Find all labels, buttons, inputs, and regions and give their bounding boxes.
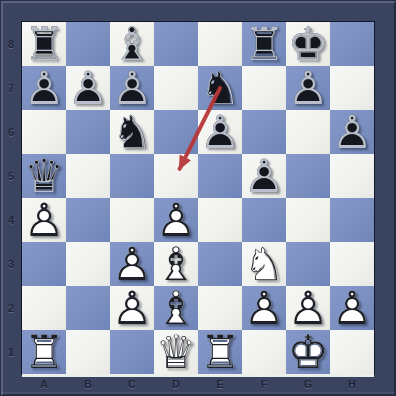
piece-outline-glyph: ♔ (286, 330, 330, 374)
square-b1[interactable] (66, 330, 110, 374)
piece-outline-glyph: ♘ (198, 66, 242, 110)
black-knight-c6[interactable]: ♞♘ (110, 110, 154, 154)
piece-outline-glyph: ♙ (198, 110, 242, 154)
square-b3[interactable] (66, 242, 110, 286)
black-bishop-c8[interactable]: ♝♗ (110, 22, 154, 66)
square-a6[interactable] (22, 110, 66, 154)
square-c5[interactable] (110, 154, 154, 198)
square-a5[interactable]: ♛♕ (22, 154, 66, 198)
square-d4[interactable]: ♟♙ (154, 198, 198, 242)
file-label-f: F (242, 377, 286, 394)
black-pawn-h6[interactable]: ♟♙ (330, 110, 374, 154)
piece-outline-glyph: ♙ (286, 286, 330, 330)
chess-board: ♜♖♝♗♜♖♚♔♟♙♟♙♟♙♞♘♟♙♞♘♟♙♟♙♛♕♟♙♟♙♟♙♟♙♝♗♞♘♟♙… (22, 22, 374, 374)
piece-outline-glyph: ♙ (330, 110, 374, 154)
board-frame: 87654321 ABCDEFGH ♜♖♝♗♜♖♚♔♟♙♟♙♟♙♞♘♟♙♞♘♟♙… (0, 0, 396, 396)
file-label-c: C (110, 377, 154, 394)
piece-outline-glyph: ♙ (22, 66, 66, 110)
piece-outline-glyph: ♖ (242, 22, 286, 66)
rank-label-3: 3 (0, 242, 22, 286)
white-pawn-c2[interactable]: ♟♙ (110, 286, 154, 330)
piece-outline-glyph: ♕ (22, 154, 66, 198)
black-rook-a8[interactable]: ♜♖ (22, 22, 66, 66)
square-f4[interactable] (242, 198, 286, 242)
white-pawn-g2[interactable]: ♟♙ (286, 286, 330, 330)
square-a3[interactable] (22, 242, 66, 286)
square-d7[interactable] (154, 66, 198, 110)
rank-label-4: 4 (0, 198, 22, 242)
piece-outline-glyph: ♙ (22, 198, 66, 242)
square-a4[interactable]: ♟♙ (22, 198, 66, 242)
square-c2[interactable]: ♟♙ (110, 286, 154, 330)
square-f2[interactable]: ♟♙ (242, 286, 286, 330)
square-c8[interactable]: ♝♗ (110, 22, 154, 66)
square-b7[interactable]: ♟♙ (66, 66, 110, 110)
white-pawn-c3[interactable]: ♟♙ (110, 242, 154, 286)
square-a2[interactable] (22, 286, 66, 330)
square-h8[interactable] (330, 22, 374, 66)
black-pawn-g7[interactable]: ♟♙ (286, 66, 330, 110)
square-e4[interactable] (198, 198, 242, 242)
file-label-b: B (66, 377, 110, 394)
file-label-h: H (330, 377, 374, 394)
black-pawn-e6[interactable]: ♟♙ (198, 110, 242, 154)
rank-label-6: 6 (0, 110, 22, 154)
square-b4[interactable] (66, 198, 110, 242)
black-pawn-a7[interactable]: ♟♙ (22, 66, 66, 110)
piece-outline-glyph: ♙ (242, 286, 286, 330)
piece-outline-glyph: ♘ (110, 110, 154, 154)
square-f1[interactable] (242, 330, 286, 374)
piece-outline-glyph: ♙ (110, 66, 154, 110)
white-knight-f3[interactable]: ♞♘ (242, 242, 286, 286)
piece-outline-glyph: ♔ (286, 22, 330, 66)
square-g2[interactable]: ♟♙ (286, 286, 330, 330)
piece-outline-glyph: ♗ (110, 22, 154, 66)
piece-outline-glyph: ♕ (154, 330, 198, 374)
piece-outline-glyph: ♙ (330, 286, 374, 330)
white-pawn-a4[interactable]: ♟♙ (22, 198, 66, 242)
square-g5[interactable] (286, 154, 330, 198)
piece-outline-glyph: ♖ (198, 330, 242, 374)
white-bishop-d3[interactable]: ♝♗ (154, 242, 198, 286)
square-e1[interactable]: ♜♖ (198, 330, 242, 374)
square-c7[interactable]: ♟♙ (110, 66, 154, 110)
piece-outline-glyph: ♗ (154, 286, 198, 330)
square-d3[interactable]: ♝♗ (154, 242, 198, 286)
square-g7[interactable]: ♟♙ (286, 66, 330, 110)
file-label-a: A (22, 377, 66, 394)
square-h3[interactable] (330, 242, 374, 286)
piece-outline-glyph: ♖ (22, 330, 66, 374)
file-label-e: E (198, 377, 242, 394)
square-d6[interactable] (154, 110, 198, 154)
piece-outline-glyph: ♖ (22, 22, 66, 66)
black-pawn-f5[interactable]: ♟♙ (242, 154, 286, 198)
square-f6[interactable] (242, 110, 286, 154)
file-label-g: G (286, 377, 330, 394)
square-a8[interactable]: ♜♖ (22, 22, 66, 66)
square-a1[interactable]: ♜♖ (22, 330, 66, 374)
piece-outline-glyph: ♙ (66, 66, 110, 110)
black-queen-a5[interactable]: ♛♕ (22, 154, 66, 198)
square-c1[interactable] (110, 330, 154, 374)
piece-outline-glyph: ♙ (110, 286, 154, 330)
square-c6[interactable]: ♞♘ (110, 110, 154, 154)
rank-labels: 87654321 (0, 22, 22, 374)
square-b6[interactable] (66, 110, 110, 154)
white-pawn-f2[interactable]: ♟♙ (242, 286, 286, 330)
white-rook-e1[interactable]: ♜♖ (198, 330, 242, 374)
square-g4[interactable] (286, 198, 330, 242)
white-pawn-h2[interactable]: ♟♙ (330, 286, 374, 330)
square-g8[interactable]: ♚♔ (286, 22, 330, 66)
file-label-d: D (154, 377, 198, 394)
rank-label-7: 7 (0, 66, 22, 110)
black-rook-f8[interactable]: ♜♖ (242, 22, 286, 66)
square-e7[interactable]: ♞♘ (198, 66, 242, 110)
file-labels: ABCDEFGH (22, 377, 374, 394)
square-e3[interactable] (198, 242, 242, 286)
square-f8[interactable]: ♜♖ (242, 22, 286, 66)
square-g1[interactable]: ♚♔ (286, 330, 330, 374)
piece-outline-glyph: ♗ (154, 242, 198, 286)
square-b2[interactable] (66, 286, 110, 330)
rank-label-1: 1 (0, 330, 22, 374)
piece-outline-glyph: ♙ (242, 154, 286, 198)
square-f7[interactable] (242, 66, 286, 110)
square-h7[interactable] (330, 66, 374, 110)
white-rook-a1[interactable]: ♜♖ (22, 330, 66, 374)
white-king-g1[interactable]: ♚♔ (286, 330, 330, 374)
white-bishop-d2[interactable]: ♝♗ (154, 286, 198, 330)
rank-label-5: 5 (0, 154, 22, 198)
white-queen-d1[interactable]: ♛♕ (154, 330, 198, 374)
square-f3[interactable]: ♞♘ (242, 242, 286, 286)
black-king-g8[interactable]: ♚♔ (286, 22, 330, 66)
square-h4[interactable] (330, 198, 374, 242)
rank-label-2: 2 (0, 286, 22, 330)
square-a7[interactable]: ♟♙ (22, 66, 66, 110)
piece-outline-glyph: ♙ (286, 66, 330, 110)
square-d5[interactable] (154, 154, 198, 198)
square-h2[interactable]: ♟♙ (330, 286, 374, 330)
square-e2[interactable] (198, 286, 242, 330)
rank-label-8: 8 (0, 22, 22, 66)
black-pawn-b7[interactable]: ♟♙ (66, 66, 110, 110)
square-h6[interactable]: ♟♙ (330, 110, 374, 154)
square-f5[interactable]: ♟♙ (242, 154, 286, 198)
square-h5[interactable] (330, 154, 374, 198)
square-g6[interactable] (286, 110, 330, 154)
square-d2[interactable]: ♝♗ (154, 286, 198, 330)
piece-outline-glyph: ♙ (154, 198, 198, 242)
square-e5[interactable] (198, 154, 242, 198)
square-d8[interactable] (154, 22, 198, 66)
square-e6[interactable]: ♟♙ (198, 110, 242, 154)
square-e8[interactable] (198, 22, 242, 66)
square-h1[interactable] (330, 330, 374, 374)
square-b8[interactable] (66, 22, 110, 66)
piece-outline-glyph: ♘ (242, 242, 286, 286)
white-pawn-d4[interactable]: ♟♙ (154, 198, 198, 242)
piece-outline-glyph: ♙ (110, 242, 154, 286)
square-c3[interactable]: ♟♙ (110, 242, 154, 286)
square-g3[interactable] (286, 242, 330, 286)
black-pawn-c7[interactable]: ♟♙ (110, 66, 154, 110)
square-c4[interactable] (110, 198, 154, 242)
square-d1[interactable]: ♛♕ (154, 330, 198, 374)
black-knight-e7[interactable]: ♞♘ (198, 66, 242, 110)
square-b5[interactable] (66, 154, 110, 198)
